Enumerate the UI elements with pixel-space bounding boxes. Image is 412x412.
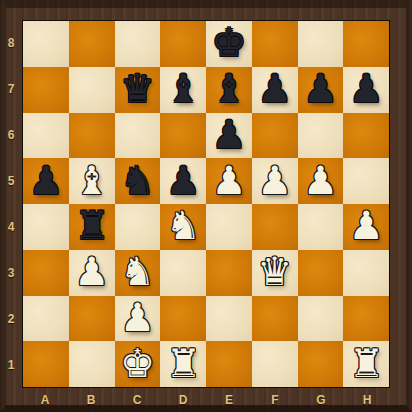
square-e4[interactable]: [206, 204, 252, 250]
square-f7[interactable]: ♟: [252, 67, 298, 113]
piece-black-pawn[interactable]: ♟: [166, 161, 201, 200]
piece-white-pawn[interactable]: ♟: [211, 161, 246, 200]
piece-black-queen[interactable]: ♛: [120, 69, 155, 108]
square-h6[interactable]: [343, 113, 389, 159]
square-h4[interactable]: ♟: [343, 204, 389, 250]
piece-black-pawn[interactable]: ♟: [257, 69, 292, 108]
square-b3[interactable]: ♟: [69, 250, 115, 296]
square-a7[interactable]: [23, 67, 69, 113]
file-label-c: C: [114, 388, 160, 412]
square-h8[interactable]: [343, 21, 389, 67]
piece-white-rook[interactable]: ♜: [349, 344, 384, 383]
piece-white-queen[interactable]: ♛: [257, 252, 292, 291]
piece-white-pawn[interactable]: ♟: [74, 252, 109, 291]
square-a6[interactable]: [23, 113, 69, 159]
square-c8[interactable]: [115, 21, 161, 67]
square-e6[interactable]: ♟: [206, 113, 252, 159]
square-d1[interactable]: ♜: [160, 341, 206, 387]
square-c7[interactable]: ♛: [115, 67, 161, 113]
piece-white-pawn[interactable]: ♟: [349, 206, 384, 245]
square-f1[interactable]: [252, 341, 298, 387]
square-h5[interactable]: [343, 158, 389, 204]
square-d6[interactable]: [160, 113, 206, 159]
piece-black-rook[interactable]: ♜: [74, 206, 109, 245]
piece-black-bishop[interactable]: ♝: [211, 69, 246, 108]
square-a8[interactable]: [23, 21, 69, 67]
square-c2[interactable]: ♟: [115, 296, 161, 342]
file-label-a: A: [22, 388, 68, 412]
square-a1[interactable]: [23, 341, 69, 387]
square-h1[interactable]: ♜: [343, 341, 389, 387]
square-e8[interactable]: ♚: [206, 21, 252, 67]
square-c5[interactable]: ♞: [115, 158, 161, 204]
piece-white-rook[interactable]: ♜: [166, 344, 201, 383]
file-label-h: H: [344, 388, 390, 412]
file-label-d: D: [160, 388, 206, 412]
square-c3[interactable]: ♞: [115, 250, 161, 296]
square-a2[interactable]: [23, 296, 69, 342]
square-e7[interactable]: ♝: [206, 67, 252, 113]
rank-label-8: 8: [0, 20, 22, 66]
square-d4[interactable]: ♞: [160, 204, 206, 250]
square-f2[interactable]: [252, 296, 298, 342]
piece-white-knight[interactable]: ♞: [120, 252, 155, 291]
piece-white-king[interactable]: ♚: [120, 344, 155, 383]
piece-white-pawn[interactable]: ♟: [120, 298, 155, 337]
square-b1[interactable]: [69, 341, 115, 387]
piece-black-pawn[interactable]: ♟: [211, 115, 246, 154]
square-d2[interactable]: [160, 296, 206, 342]
square-e5[interactable]: ♟: [206, 158, 252, 204]
square-g5[interactable]: ♟: [298, 158, 344, 204]
square-b8[interactable]: [69, 21, 115, 67]
rank-label-1: 1: [0, 342, 22, 388]
file-label-b: B: [68, 388, 114, 412]
square-b6[interactable]: [69, 113, 115, 159]
rank-label-6: 6: [0, 112, 22, 158]
square-d5[interactable]: ♟: [160, 158, 206, 204]
square-b5[interactable]: ♝: [69, 158, 115, 204]
piece-black-pawn[interactable]: ♟: [28, 161, 63, 200]
square-b4[interactable]: ♜: [69, 204, 115, 250]
square-h3[interactable]: [343, 250, 389, 296]
square-g8[interactable]: [298, 21, 344, 67]
square-h2[interactable]: [343, 296, 389, 342]
square-a5[interactable]: ♟: [23, 158, 69, 204]
piece-black-bishop[interactable]: ♝: [166, 69, 201, 108]
rank-label-3: 3: [0, 250, 22, 296]
rank-label-4: 4: [0, 204, 22, 250]
square-f8[interactable]: [252, 21, 298, 67]
piece-white-pawn[interactable]: ♟: [257, 161, 292, 200]
square-f5[interactable]: ♟: [252, 158, 298, 204]
square-c4[interactable]: [115, 204, 161, 250]
square-d3[interactable]: [160, 250, 206, 296]
square-f4[interactable]: [252, 204, 298, 250]
piece-black-king[interactable]: ♚: [211, 23, 246, 62]
piece-black-pawn[interactable]: ♟: [349, 69, 384, 108]
piece-white-bishop[interactable]: ♝: [74, 161, 109, 200]
piece-white-pawn[interactable]: ♟: [303, 161, 338, 200]
rank-label-2: 2: [0, 296, 22, 342]
square-g4[interactable]: [298, 204, 344, 250]
rank-label-7: 7: [0, 66, 22, 112]
square-a3[interactable]: [23, 250, 69, 296]
square-c6[interactable]: [115, 113, 161, 159]
square-g7[interactable]: ♟: [298, 67, 344, 113]
piece-black-knight[interactable]: ♞: [120, 161, 155, 200]
square-g6[interactable]: [298, 113, 344, 159]
square-b7[interactable]: [69, 67, 115, 113]
file-label-f: F: [252, 388, 298, 412]
square-b2[interactable]: [69, 296, 115, 342]
square-h7[interactable]: ♟: [343, 67, 389, 113]
square-g1[interactable]: [298, 341, 344, 387]
square-d7[interactable]: ♝: [160, 67, 206, 113]
file-label-g: G: [298, 388, 344, 412]
chess-board: ♚♛♝♝♟♟♟♟♟♝♞♟♟♟♟♜♞♟♟♞♛♟♚♜♜: [22, 20, 390, 388]
square-a4[interactable]: [23, 204, 69, 250]
piece-white-knight[interactable]: ♞: [166, 206, 201, 245]
square-c1[interactable]: ♚: [115, 341, 161, 387]
square-g3[interactable]: [298, 250, 344, 296]
rank-label-5: 5: [0, 158, 22, 204]
square-e1[interactable]: [206, 341, 252, 387]
square-f6[interactable]: [252, 113, 298, 159]
square-e2[interactable]: [206, 296, 252, 342]
file-label-e: E: [206, 388, 252, 412]
square-f3[interactable]: ♛: [252, 250, 298, 296]
board-frame: 87654321 ABCDEFGH ♚♛♝♝♟♟♟♟♟♝♞♟♟♟♟♜♞♟♟♞♛♟…: [0, 0, 412, 412]
square-d8[interactable]: [160, 21, 206, 67]
square-g2[interactable]: [298, 296, 344, 342]
piece-black-pawn[interactable]: ♟: [303, 69, 338, 108]
square-e3[interactable]: [206, 250, 252, 296]
